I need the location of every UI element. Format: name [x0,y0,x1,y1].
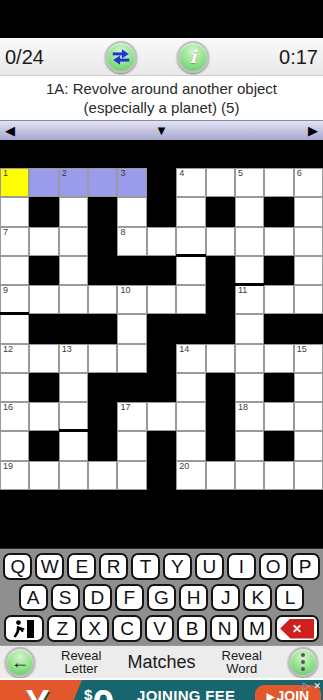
cell-r9c8 [206,402,235,431]
key-Q[interactable]: Q [3,553,32,580]
cell-r4c3[interactable] [59,256,88,285]
cell-r2c3[interactable] [59,197,88,226]
cell-r5c1[interactable]: 9 [0,285,29,314]
clue-bar: 1A: Revolve around another object (espec… [0,76,323,120]
cell-number: 4 [179,169,184,178]
cell-r6c8 [206,314,235,343]
cell-r5c7[interactable] [176,285,205,314]
cell-r4c8 [206,256,235,285]
cell-r1c2[interactable] [29,168,58,197]
cell-r10c5[interactable] [117,431,146,460]
cell-r10c4 [88,431,117,460]
cell-r6c3 [59,314,88,343]
cell-r9c6[interactable] [147,402,176,431]
cell-r2c9[interactable] [235,197,264,226]
action-bar: ← Reveal Letter Matches Reveal Word [0,645,323,678]
keyboard-row-2: ASDFGHJKL [0,584,323,611]
cell-r5c8 [206,285,235,314]
cell-number: 5 [238,169,243,178]
cell-number: 11 [238,286,247,295]
cell-r7c11[interactable]: 15 [294,344,323,373]
cell-number: 9 [3,286,8,295]
cell-number: 6 [297,169,302,178]
cell-r1c4[interactable] [88,168,117,197]
cell-r8c1[interactable] [0,373,29,402]
key-T[interactable]: T [131,553,160,580]
adchoices-icon[interactable]: ▷ [303,680,311,691]
cell-r4c1[interactable] [0,256,29,285]
key-P[interactable]: P [291,553,320,580]
cell-r1c6 [147,168,176,197]
cell-r11c1[interactable]: 19 [0,461,29,490]
cell-r6c10 [264,314,293,343]
status-bar [0,0,323,38]
cell-r8c11[interactable] [294,373,323,402]
cell-r2c7[interactable] [176,197,205,226]
cell-r9c11[interactable] [294,402,323,431]
cell-r10c6 [147,431,176,460]
cell-r8c2 [29,373,58,402]
cta-play-icon: ▶ [267,689,275,700]
key-B[interactable]: B [177,615,206,642]
cell-r4c7[interactable] [176,256,205,285]
cell-r5c3[interactable] [59,285,88,314]
cell-r7c2[interactable] [29,344,58,373]
ad-text: JOINING FEE MARCH 20-28 [137,687,235,700]
hide-keyboard-button[interactable] [4,615,45,642]
cell-r3c5[interactable]: 8 [117,227,146,256]
cell-r4c11[interactable] [294,256,323,285]
back-button[interactable]: ← [5,647,35,677]
cell-number: 8 [120,228,125,237]
cell-r2c6 [147,197,176,226]
cell-r7c5[interactable] [117,344,146,373]
cell-number: 7 [3,228,8,237]
key-H[interactable]: H [179,584,208,611]
cell-r10c11[interactable] [294,431,323,460]
cell-r2c11[interactable] [294,197,323,226]
cell-r2c10 [264,197,293,226]
cell-r11c2[interactable] [29,461,58,490]
clue-line1: 1A: Revolve around another object [0,79,323,98]
cell-r7c1[interactable]: 12 [0,344,29,373]
cell-r9c2[interactable] [29,402,58,431]
cell-r11c7[interactable]: 20 [176,461,205,490]
cell-r6c9[interactable] [235,314,264,343]
cell-r3c4 [88,227,117,256]
cell-r8c8 [206,373,235,402]
cell-r6c11 [294,314,323,343]
cell-r6c1[interactable] [0,314,29,343]
cell-r2c8 [206,197,235,226]
key-R[interactable]: R [99,553,128,580]
clue-line2: (especially a planet) (5) [0,98,323,117]
cell-r4c10 [264,256,293,285]
cell-r5c5[interactable]: 10 [117,285,146,314]
cell-r5c2[interactable] [29,285,58,314]
info-button[interactable]: i [177,41,209,73]
key-X[interactable]: X [80,615,109,642]
key-Y[interactable]: Y [163,553,192,580]
cell-r9c3[interactable] [59,402,88,431]
cell-r3c6[interactable] [147,227,176,256]
cell-r10c10 [264,431,293,460]
cell-r5c6[interactable] [147,285,176,314]
cell-r10c1[interactable] [0,431,29,460]
cell-r11c10[interactable] [264,461,293,490]
key-A[interactable]: A [19,584,48,611]
cell-r7c6 [147,344,176,373]
cell-r3c7[interactable] [176,227,205,256]
crossword-grid[interactable]: 1234567891011121314151617181920 [0,168,323,490]
cell-r2c2 [29,197,58,226]
ad-corner-controls: ▷ ✕ [303,680,321,691]
cell-r6c6 [147,314,176,343]
key-I[interactable]: I [227,553,256,580]
cell-r2c4 [88,197,117,226]
cell-r5c11[interactable] [294,285,323,314]
cell-r7c3[interactable]: 13 [59,344,88,373]
next-clue-arrow-icon[interactable]: ▶ [308,124,318,137]
cell-r7c8[interactable] [206,344,235,373]
back-arrow-icon: ← [11,653,29,671]
cell-number: 1 [3,169,8,178]
cell-number: 10 [120,286,130,295]
app-root: 0/24 i 0:17 1A: Revolve around another o… [0,0,323,700]
cell-number: 3 [120,169,125,178]
cell-r4c6 [147,256,176,285]
exit-person-door-icon [11,619,37,639]
ad-close-icon[interactable]: ✕ [313,681,321,691]
cell-r8c3[interactable] [59,373,88,402]
cell-r4c2 [29,256,58,285]
cell-r3c9[interactable] [235,227,264,256]
cell-number: 2 [62,169,67,178]
direction-down-arrow-icon[interactable]: ▼ [155,124,168,137]
cell-r1c10[interactable] [264,168,293,197]
cell-r3c2[interactable] [29,227,58,256]
cell-r7c9[interactable] [235,344,264,373]
cell-number: 18 [238,403,248,412]
key-F[interactable]: F [115,584,144,611]
cell-r1c5[interactable]: 3 [117,168,146,197]
cell-r11c5[interactable] [117,461,146,490]
key-G[interactable]: G [147,584,176,611]
cell-r3c10[interactable] [264,227,293,256]
key-J[interactable]: J [211,584,240,611]
ad-price: $0 [84,682,113,700]
cell-r1c1[interactable]: 1 [0,168,29,197]
cell-r8c7[interactable] [176,373,205,402]
cell-number: 19 [3,462,13,471]
cell-r3c3[interactable] [59,227,88,256]
cell-r2c1[interactable] [0,197,29,226]
cell-r9c10[interactable] [264,402,293,431]
backspace-icon: ✕ [280,619,314,639]
key-D[interactable]: D [83,584,112,611]
cell-r4c5 [117,256,146,285]
cell-r10c9[interactable] [235,431,264,460]
cell-r10c2 [29,431,58,460]
cell-r8c10 [264,373,293,402]
cell-r3c1[interactable]: 7 [0,227,29,256]
cell-number: 14 [179,345,189,354]
cell-r6c4 [88,314,117,343]
board-area: 1234567891011121314151617181920 [0,168,323,548]
ad-banner[interactable]: the Y $0 JOINING FEE MARCH 20-28 ▶JOIN T… [0,678,323,700]
key-K[interactable]: K [243,584,272,611]
ad-headline: JOINING FEE [137,687,235,700]
cell-r11c11[interactable] [294,461,323,490]
cell-r8c5 [117,373,146,402]
cell-r7c10[interactable] [264,344,293,373]
cell-r1c11[interactable]: 6 [294,168,323,197]
cell-number: 20 [179,462,189,471]
key-C[interactable]: C [112,615,141,642]
key-V[interactable]: V [145,615,174,642]
cell-r1c3[interactable]: 2 [59,168,88,197]
key-N[interactable]: N [210,615,239,642]
cell-r6c2 [29,314,58,343]
reveal-letter-button[interactable]: Reveal Letter [61,649,101,675]
clue-nav-bar: ◀ ▼ ▶ [0,120,323,140]
cell-r11c3[interactable] [59,461,88,490]
cell-r9c1[interactable]: 16 [0,402,29,431]
key-E[interactable]: E [67,553,96,580]
cell-r4c4 [88,256,117,285]
cell-r9c9[interactable]: 18 [235,402,264,431]
cell-r5c10[interactable] [264,285,293,314]
cell-r9c7[interactable] [176,402,205,431]
keyboard-row-1: QWERTYUIOP [0,553,323,580]
menu-button[interactable] [288,647,318,677]
key-S[interactable]: S [51,584,80,611]
cell-r3c11[interactable] [294,227,323,256]
cell-r11c6 [147,461,176,490]
cell-r9c5[interactable]: 17 [117,402,146,431]
key-W[interactable]: W [35,553,64,580]
timer: 0:17 [279,46,318,69]
cell-r8c4 [88,373,117,402]
cell-r5c9[interactable]: 11 [235,285,264,314]
backspace-button[interactable]: ✕ [275,615,320,642]
key-Z[interactable]: Z [47,615,76,642]
cell-r4c9[interactable] [235,256,264,285]
cell-r10c7[interactable] [176,431,205,460]
cell-r8c6 [147,373,176,402]
keyboard-row-3: ZXCVBNM ✕ [0,615,323,642]
reveal-word-button[interactable]: Reveal Word [222,649,262,675]
cell-r9c4 [88,402,117,431]
swap-direction-button[interactable] [105,41,137,73]
key-L[interactable]: L [275,584,304,611]
cell-r8c9[interactable] [235,373,264,402]
cell-r11c9[interactable] [235,461,264,490]
cell-r6c5[interactable] [117,314,146,343]
key-M[interactable]: M [242,615,271,642]
cell-r6c7 [176,314,205,343]
cell-r7c7[interactable]: 14 [176,344,205,373]
cell-r3c8[interactable] [206,227,235,256]
cell-r1c8[interactable] [206,168,235,197]
cell-r11c8[interactable] [206,461,235,490]
matches-button[interactable]: Matches [127,652,195,673]
cell-r2c5[interactable] [117,197,146,226]
cell-number: 16 [3,403,13,412]
cell-number: 17 [120,403,130,412]
prev-clue-arrow-icon[interactable]: ◀ [5,124,15,137]
cell-r5c4[interactable] [88,285,117,314]
cell-r10c8 [206,431,235,460]
cell-number: 15 [297,345,307,354]
cell-number: 12 [3,345,13,354]
info-icon: i [190,48,197,66]
menu-dots-icon [301,653,305,671]
keyboard: QWERTYUIOP ASDFGHJKL ZXCVBNM ✕ [0,548,323,645]
swap-arrows-icon [110,46,132,68]
key-U[interactable]: U [195,553,224,580]
cell-r7c4[interactable] [88,344,117,373]
cell-r10c3[interactable] [59,431,88,460]
cell-r11c4[interactable] [88,461,117,490]
ymca-logo: the Y [0,680,82,700]
progress-counter: 0/24 [5,46,44,69]
cell-r1c7[interactable]: 4 [176,168,205,197]
cell-number: 13 [62,345,72,354]
key-O[interactable]: O [259,553,288,580]
top-bar: 0/24 i 0:17 [0,38,323,76]
cell-r1c9[interactable]: 5 [235,168,264,197]
